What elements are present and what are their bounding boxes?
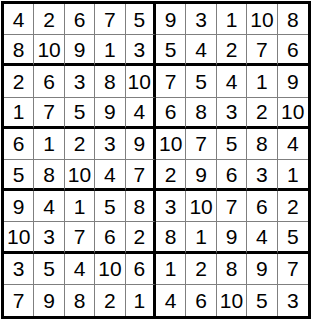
cell-r8c8[interactable]: 9: [217, 222, 247, 253]
cell-r7c3[interactable]: 1: [65, 191, 95, 222]
cell-r6c4[interactable]: 4: [95, 160, 125, 191]
cell-r3c5[interactable]: 10: [126, 66, 156, 97]
cell-r3c8[interactable]: 4: [217, 66, 247, 97]
cell-r2c5[interactable]: 3: [126, 35, 156, 66]
cell-r3c4[interactable]: 8: [95, 66, 125, 97]
cell-r7c1[interactable]: 9: [4, 191, 34, 222]
cell-r6c3[interactable]: 10: [65, 160, 95, 191]
cell-r2c8[interactable]: 2: [217, 35, 247, 66]
cell-r8c10[interactable]: 5: [278, 222, 308, 253]
cell-r7c6[interactable]: 3: [156, 191, 186, 222]
cell-r3c10[interactable]: 9: [278, 66, 308, 97]
cell-r5c3[interactable]: 2: [65, 129, 95, 160]
cell-r3c1[interactable]: 2: [4, 66, 34, 97]
cell-r9c2[interactable]: 5: [34, 254, 64, 285]
cell-r10c8[interactable]: 10: [217, 285, 247, 316]
cell-r4c8[interactable]: 3: [217, 98, 247, 129]
cell-r2c1[interactable]: 8: [4, 35, 34, 66]
cell-r3c7[interactable]: 5: [186, 66, 216, 97]
cell-r8c1[interactable]: 10: [4, 222, 34, 253]
cell-r10c6[interactable]: 4: [156, 285, 186, 316]
cell-r8c6[interactable]: 8: [156, 222, 186, 253]
cell-r6c1[interactable]: 5: [4, 160, 34, 191]
cell-r7c8[interactable]: 7: [217, 191, 247, 222]
cell-r5c4[interactable]: 3: [95, 129, 125, 160]
cell-r6c5[interactable]: 7: [126, 160, 156, 191]
cell-r6c8[interactable]: 6: [217, 160, 247, 191]
cell-r7c2[interactable]: 4: [34, 191, 64, 222]
cell-r10c7[interactable]: 6: [186, 285, 216, 316]
cell-r10c9[interactable]: 5: [247, 285, 277, 316]
cell-r6c6[interactable]: 2: [156, 160, 186, 191]
cell-r7c7[interactable]: 10: [186, 191, 216, 222]
cell-r6c7[interactable]: 9: [186, 160, 216, 191]
cell-r5c10[interactable]: 4: [278, 129, 308, 160]
cell-r3c9[interactable]: 1: [247, 66, 277, 97]
cell-r4c5[interactable]: 4: [126, 98, 156, 129]
cell-r9c9[interactable]: 9: [247, 254, 277, 285]
cell-r5c9[interactable]: 8: [247, 129, 277, 160]
cell-r5c6[interactable]: 10: [156, 129, 186, 160]
cell-r1c4[interactable]: 7: [95, 4, 125, 35]
cell-r9c8[interactable]: 8: [217, 254, 247, 285]
cell-r8c9[interactable]: 4: [247, 222, 277, 253]
cell-r5c5[interactable]: 9: [126, 129, 156, 160]
cell-r5c7[interactable]: 7: [186, 129, 216, 160]
cell-r4c7[interactable]: 8: [186, 98, 216, 129]
cell-r8c2[interactable]: 3: [34, 222, 64, 253]
sudoku-board: 4267593110881091354276263810754191759468…: [0, 0, 312, 320]
cell-r10c10[interactable]: 3: [278, 285, 308, 316]
cell-r4c9[interactable]: 2: [247, 98, 277, 129]
cell-r6c2[interactable]: 8: [34, 160, 64, 191]
cell-r1c5[interactable]: 5: [126, 4, 156, 35]
cell-r9c4[interactable]: 10: [95, 254, 125, 285]
cell-r9c10[interactable]: 7: [278, 254, 308, 285]
sudoku-grid: 4267593110881091354276263810754191759468…: [1, 1, 311, 319]
cell-r1c7[interactable]: 3: [186, 4, 216, 35]
cell-r9c7[interactable]: 2: [186, 254, 216, 285]
cell-r5c8[interactable]: 5: [217, 129, 247, 160]
cell-r3c6[interactable]: 7: [156, 66, 186, 97]
cell-r4c10[interactable]: 10: [278, 98, 308, 129]
cell-r6c10[interactable]: 1: [278, 160, 308, 191]
cell-r4c2[interactable]: 7: [34, 98, 64, 129]
cell-r9c1[interactable]: 3: [4, 254, 34, 285]
cell-r5c1[interactable]: 6: [4, 129, 34, 160]
cell-r10c4[interactable]: 2: [95, 285, 125, 316]
cell-r9c6[interactable]: 1: [156, 254, 186, 285]
cell-r7c5[interactable]: 8: [126, 191, 156, 222]
cell-r5c2[interactable]: 1: [34, 129, 64, 160]
cell-r8c3[interactable]: 7: [65, 222, 95, 253]
cell-r8c4[interactable]: 6: [95, 222, 125, 253]
cell-r1c2[interactable]: 2: [34, 4, 64, 35]
cell-r1c10[interactable]: 8: [278, 4, 308, 35]
cell-r3c3[interactable]: 3: [65, 66, 95, 97]
cell-r9c5[interactable]: 6: [126, 254, 156, 285]
cell-r2c4[interactable]: 1: [95, 35, 125, 66]
cell-r2c10[interactable]: 6: [278, 35, 308, 66]
cell-r2c9[interactable]: 7: [247, 35, 277, 66]
cell-r1c3[interactable]: 6: [65, 4, 95, 35]
cell-r7c10[interactable]: 2: [278, 191, 308, 222]
cell-r2c3[interactable]: 9: [65, 35, 95, 66]
cell-r2c7[interactable]: 4: [186, 35, 216, 66]
cell-r9c3[interactable]: 4: [65, 254, 95, 285]
cell-r7c9[interactable]: 6: [247, 191, 277, 222]
cell-r7c4[interactable]: 5: [95, 191, 125, 222]
cell-r4c6[interactable]: 6: [156, 98, 186, 129]
cell-r3c2[interactable]: 6: [34, 66, 64, 97]
cell-r4c3[interactable]: 5: [65, 98, 95, 129]
cell-r4c4[interactable]: 9: [95, 98, 125, 129]
cell-r4c1[interactable]: 1: [4, 98, 34, 129]
cell-r1c9[interactable]: 10: [247, 4, 277, 35]
cell-r2c6[interactable]: 5: [156, 35, 186, 66]
cell-r8c5[interactable]: 2: [126, 222, 156, 253]
cell-r1c6[interactable]: 9: [156, 4, 186, 35]
cell-r1c1[interactable]: 4: [4, 4, 34, 35]
cell-r10c5[interactable]: 1: [126, 285, 156, 316]
cell-r1c8[interactable]: 1: [217, 4, 247, 35]
cell-r10c1[interactable]: 7: [4, 285, 34, 316]
cell-r10c2[interactable]: 9: [34, 285, 64, 316]
cell-r2c2[interactable]: 10: [34, 35, 64, 66]
cell-r6c9[interactable]: 3: [247, 160, 277, 191]
cell-r8c7[interactable]: 1: [186, 222, 216, 253]
cell-r10c3[interactable]: 8: [65, 285, 95, 316]
